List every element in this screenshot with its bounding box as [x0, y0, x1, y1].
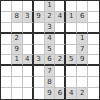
cell-r1c3-empty[interactable]: [23, 1, 34, 12]
cell-r3c9-empty[interactable]: [88, 23, 99, 34]
cell-r6c6-given: 2: [55, 55, 66, 66]
cell-r9c8-given: 2: [77, 88, 88, 99]
cell-r5c6-empty[interactable]: [55, 45, 66, 56]
cell-r1c6-empty[interactable]: [55, 1, 66, 12]
cell-r3c7-empty[interactable]: [66, 23, 77, 34]
cell-r1c8-empty[interactable]: [77, 1, 88, 12]
cell-r4c5-given: 4: [45, 34, 56, 45]
cell-r3c3-empty[interactable]: [23, 23, 34, 34]
cell-r9c3-empty[interactable]: [23, 88, 34, 99]
cell-r4c9-empty[interactable]: [88, 34, 99, 45]
cell-r7c3-empty[interactable]: [23, 66, 34, 77]
cell-r4c1-empty[interactable]: [1, 34, 12, 45]
cell-r1c2-empty[interactable]: [12, 1, 23, 12]
sudoku-board: 1839241632419571436259789642: [0, 0, 100, 100]
cell-r2c3-given: 3: [23, 12, 34, 23]
cell-r8c3-empty[interactable]: [23, 77, 34, 88]
cell-r8c8-empty[interactable]: [77, 77, 88, 88]
cell-r6c3-given: 4: [23, 55, 34, 66]
cell-r8c4-empty[interactable]: [34, 77, 45, 88]
cell-r3c4-empty[interactable]: [34, 23, 45, 34]
cell-r9c2-empty[interactable]: [12, 88, 23, 99]
cell-r9c5-given: 9: [45, 88, 56, 99]
cell-r4c8-given: 1: [77, 34, 88, 45]
cell-r9c7-given: 4: [66, 88, 77, 99]
cell-r6c8-given: 9: [77, 55, 88, 66]
cell-r2c9-empty[interactable]: [88, 12, 99, 23]
cell-r9c1-empty[interactable]: [1, 88, 12, 99]
cell-r8c5-given: 8: [45, 77, 56, 88]
cell-r5c7-empty[interactable]: [66, 45, 77, 56]
cell-r8c9-empty[interactable]: [88, 77, 99, 88]
cell-r7c8-empty[interactable]: [77, 66, 88, 77]
cell-r2c1-empty[interactable]: [1, 12, 12, 23]
cell-r2c5-given: 2: [45, 12, 56, 23]
cell-r8c6-empty[interactable]: [55, 77, 66, 88]
cell-r1c9-empty[interactable]: [88, 1, 99, 12]
cell-r3c1-empty[interactable]: [1, 23, 12, 34]
cell-r6c4-given: 3: [34, 55, 45, 66]
cell-r1c5-given: 1: [45, 1, 56, 12]
cell-r7c4-empty[interactable]: [34, 66, 45, 77]
cell-r5c2-given: 9: [12, 45, 23, 56]
cell-r4c6-empty[interactable]: [55, 34, 66, 45]
cell-r2c8-given: 6: [77, 12, 88, 23]
cell-r9c6-given: 6: [55, 88, 66, 99]
cell-r9c9-empty[interactable]: [88, 88, 99, 99]
cell-r2c6-given: 4: [55, 12, 66, 23]
cell-r4c4-empty[interactable]: [34, 34, 45, 45]
cell-r1c1-empty[interactable]: [1, 1, 12, 12]
cell-r6c1-empty[interactable]: [1, 55, 12, 66]
cell-r7c5-given: 7: [45, 66, 56, 77]
cell-r5c3-empty[interactable]: [23, 45, 34, 56]
cell-r9c4-empty[interactable]: [34, 88, 45, 99]
cell-r1c7-empty[interactable]: [66, 1, 77, 12]
cell-r8c2-empty[interactable]: [12, 77, 23, 88]
cell-r7c2-empty[interactable]: [12, 66, 23, 77]
cell-r7c9-empty[interactable]: [88, 66, 99, 77]
cell-r6c5-given: 6: [45, 55, 56, 66]
cell-r2c4-given: 9: [34, 12, 45, 23]
cell-r8c1-empty[interactable]: [1, 77, 12, 88]
cell-r6c9-empty[interactable]: [88, 55, 99, 66]
cell-r1c4-empty[interactable]: [34, 1, 45, 12]
cell-r7c7-empty[interactable]: [66, 66, 77, 77]
cell-r5c5-given: 5: [45, 45, 56, 56]
cell-r2c7-given: 1: [66, 12, 77, 23]
cell-r4c7-empty[interactable]: [66, 34, 77, 45]
cell-r6c7-given: 5: [66, 55, 77, 66]
cell-r5c4-empty[interactable]: [34, 45, 45, 56]
cell-r4c3-empty[interactable]: [23, 34, 34, 45]
cell-r5c1-empty[interactable]: [1, 45, 12, 56]
cell-r3c8-empty[interactable]: [77, 23, 88, 34]
cell-r5c9-empty[interactable]: [88, 45, 99, 56]
cell-r8c7-empty[interactable]: [66, 77, 77, 88]
cell-r4c2-given: 2: [12, 34, 23, 45]
cell-r7c6-empty[interactable]: [55, 66, 66, 77]
cell-r7c1-empty[interactable]: [1, 66, 12, 77]
cell-r6c2-given: 1: [12, 55, 23, 66]
cell-r3c2-empty[interactable]: [12, 23, 23, 34]
cell-r3c5-given: 3: [45, 23, 56, 34]
cell-r2c2-given: 8: [12, 12, 23, 23]
cell-r3c6-empty[interactable]: [55, 23, 66, 34]
cell-r5c8-given: 7: [77, 45, 88, 56]
